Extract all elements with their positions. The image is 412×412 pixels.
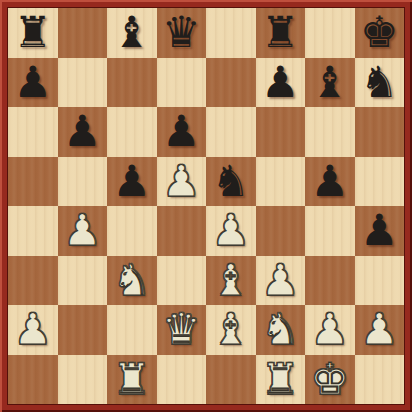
square-b1[interactable] — [58, 355, 108, 405]
piece-white-pawn[interactable]: ♟ — [157, 157, 207, 207]
square-d4[interactable] — [157, 206, 207, 256]
piece-white-bishop[interactable]: ♝ — [206, 305, 256, 355]
square-d7[interactable] — [157, 58, 207, 108]
piece-black-bishop[interactable]: ♝ — [305, 58, 355, 108]
square-f8[interactable]: ♜ — [256, 8, 306, 58]
piece-black-king[interactable]: ♚ — [355, 8, 405, 58]
piece-black-rook[interactable]: ♜ — [8, 8, 58, 58]
square-h1[interactable] — [355, 355, 405, 405]
square-g1[interactable]: ♚ — [305, 355, 355, 405]
square-a4[interactable] — [8, 206, 58, 256]
piece-white-pawn[interactable]: ♟ — [58, 206, 108, 256]
piece-black-bishop[interactable]: ♝ — [107, 8, 157, 58]
square-g8[interactable] — [305, 8, 355, 58]
square-g7[interactable]: ♝ — [305, 58, 355, 108]
square-c6[interactable] — [107, 107, 157, 157]
piece-black-pawn[interactable]: ♟ — [8, 58, 58, 108]
square-a6[interactable] — [8, 107, 58, 157]
square-f6[interactable] — [256, 107, 306, 157]
piece-black-pawn[interactable]: ♟ — [355, 206, 405, 256]
square-e3[interactable]: ♝ — [206, 256, 256, 306]
square-b8[interactable] — [58, 8, 108, 58]
square-b6[interactable]: ♟ — [58, 107, 108, 157]
piece-black-knight[interactable]: ♞ — [355, 58, 405, 108]
square-h2[interactable]: ♟ — [355, 305, 405, 355]
chess-app: ♜♝♛♜♚♟♟♝♞♟♟♟♟♞♟♟♟♟♞♝♟♟♛♝♞♟♟♜♜♚ — [0, 0, 412, 412]
square-e4[interactable]: ♟ — [206, 206, 256, 256]
square-f1[interactable]: ♜ — [256, 355, 306, 405]
piece-white-knight[interactable]: ♞ — [256, 305, 306, 355]
square-e5[interactable]: ♞ — [206, 157, 256, 207]
square-g4[interactable] — [305, 206, 355, 256]
piece-black-rook[interactable]: ♜ — [256, 8, 306, 58]
piece-white-pawn[interactable]: ♟ — [305, 305, 355, 355]
piece-black-pawn[interactable]: ♟ — [157, 107, 207, 157]
square-f4[interactable] — [256, 206, 306, 256]
square-d2[interactable]: ♛ — [157, 305, 207, 355]
square-h6[interactable] — [355, 107, 405, 157]
square-f3[interactable]: ♟ — [256, 256, 306, 306]
piece-black-pawn[interactable]: ♟ — [58, 107, 108, 157]
piece-black-queen[interactable]: ♛ — [157, 8, 207, 58]
square-f5[interactable] — [256, 157, 306, 207]
square-b2[interactable] — [58, 305, 108, 355]
square-e7[interactable] — [206, 58, 256, 108]
square-h3[interactable] — [355, 256, 405, 306]
square-b4[interactable]: ♟ — [58, 206, 108, 256]
square-a7[interactable]: ♟ — [8, 58, 58, 108]
square-c7[interactable] — [107, 58, 157, 108]
square-b5[interactable] — [58, 157, 108, 207]
square-g5[interactable]: ♟ — [305, 157, 355, 207]
square-c1[interactable]: ♜ — [107, 355, 157, 405]
piece-white-pawn[interactable]: ♟ — [206, 206, 256, 256]
piece-white-king[interactable]: ♚ — [305, 355, 355, 405]
square-f7[interactable]: ♟ — [256, 58, 306, 108]
square-d6[interactable]: ♟ — [157, 107, 207, 157]
square-d5[interactable]: ♟ — [157, 157, 207, 207]
piece-white-pawn[interactable]: ♟ — [256, 256, 306, 306]
piece-white-knight[interactable]: ♞ — [107, 256, 157, 306]
piece-black-pawn[interactable]: ♟ — [305, 157, 355, 207]
piece-black-pawn[interactable]: ♟ — [256, 58, 306, 108]
piece-white-queen[interactable]: ♛ — [157, 305, 207, 355]
piece-black-knight[interactable]: ♞ — [206, 157, 256, 207]
square-g2[interactable]: ♟ — [305, 305, 355, 355]
square-h4[interactable]: ♟ — [355, 206, 405, 256]
square-h8[interactable]: ♚ — [355, 8, 405, 58]
square-e1[interactable] — [206, 355, 256, 405]
square-f2[interactable]: ♞ — [256, 305, 306, 355]
square-c3[interactable]: ♞ — [107, 256, 157, 306]
square-c4[interactable] — [107, 206, 157, 256]
square-e8[interactable] — [206, 8, 256, 58]
square-a3[interactable] — [8, 256, 58, 306]
square-d3[interactable] — [157, 256, 207, 306]
square-d1[interactable] — [157, 355, 207, 405]
square-a1[interactable] — [8, 355, 58, 405]
piece-black-pawn[interactable]: ♟ — [107, 157, 157, 207]
piece-white-rook[interactable]: ♜ — [256, 355, 306, 405]
square-a8[interactable]: ♜ — [8, 8, 58, 58]
square-g3[interactable] — [305, 256, 355, 306]
square-e2[interactable]: ♝ — [206, 305, 256, 355]
board-frame: ♜♝♛♜♚♟♟♝♞♟♟♟♟♞♟♟♟♟♞♝♟♟♛♝♞♟♟♜♜♚ — [0, 0, 412, 412]
square-b7[interactable] — [58, 58, 108, 108]
square-c2[interactable] — [107, 305, 157, 355]
piece-white-pawn[interactable]: ♟ — [355, 305, 405, 355]
square-a5[interactable] — [8, 157, 58, 207]
chess-board: ♜♝♛♜♚♟♟♝♞♟♟♟♟♞♟♟♟♟♞♝♟♟♛♝♞♟♟♜♜♚ — [8, 8, 404, 404]
square-c8[interactable]: ♝ — [107, 8, 157, 58]
piece-white-bishop[interactable]: ♝ — [206, 256, 256, 306]
square-a2[interactable]: ♟ — [8, 305, 58, 355]
square-d8[interactable]: ♛ — [157, 8, 207, 58]
piece-white-rook[interactable]: ♜ — [107, 355, 157, 405]
square-e6[interactable] — [206, 107, 256, 157]
square-h5[interactable] — [355, 157, 405, 207]
piece-white-pawn[interactable]: ♟ — [8, 305, 58, 355]
square-h7[interactable]: ♞ — [355, 58, 405, 108]
square-b3[interactable] — [58, 256, 108, 306]
square-c5[interactable]: ♟ — [107, 157, 157, 207]
square-g6[interactable] — [305, 107, 355, 157]
